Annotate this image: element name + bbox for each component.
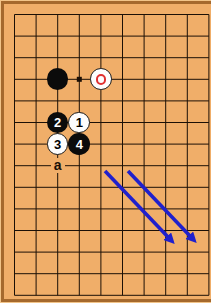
- intersection: [133, 112, 155, 134]
- intersection: [176, 112, 198, 134]
- intersection: a: [47, 155, 69, 177]
- intersection: [133, 198, 155, 220]
- intersection: [198, 241, 211, 263]
- go-board-diagram: 2134a: [0, 0, 211, 303]
- intersection: [198, 155, 211, 177]
- intersection: [4, 68, 26, 90]
- intersection: [198, 25, 211, 47]
- intersection: [176, 133, 198, 155]
- intersection: [90, 133, 112, 155]
- intersection: [90, 241, 112, 263]
- intersection: [68, 4, 90, 26]
- stone-white-3: 3: [47, 133, 69, 155]
- intersection: [68, 241, 90, 263]
- intersection: [133, 68, 155, 90]
- intersection: [68, 25, 90, 47]
- intersection: [155, 90, 177, 112]
- intersection: [176, 25, 198, 47]
- intersection: [4, 90, 26, 112]
- intersection: [155, 198, 177, 220]
- intersection: [68, 220, 90, 242]
- intersection: [4, 198, 26, 220]
- intersection: [47, 241, 69, 263]
- intersection: [47, 4, 69, 26]
- intersection: [25, 220, 47, 242]
- intersection: [47, 263, 69, 285]
- intersection: [133, 90, 155, 112]
- intersection-grid: 2134a: [4, 4, 211, 303]
- intersection: [112, 176, 134, 198]
- intersection: [155, 263, 177, 285]
- intersection: [4, 25, 26, 47]
- intersection: [90, 47, 112, 69]
- intersection: [25, 4, 47, 26]
- intersection: [47, 90, 69, 112]
- intersection: [25, 47, 47, 69]
- intersection: 2: [47, 112, 69, 134]
- intersection: [90, 112, 112, 134]
- intersection: [4, 284, 26, 303]
- intersection: [25, 263, 47, 285]
- stone-black-4: 4: [68, 133, 90, 155]
- intersection: [198, 220, 211, 242]
- intersection: [25, 25, 47, 47]
- intersection: [155, 241, 177, 263]
- intersection: [4, 112, 26, 134]
- intersection: [176, 4, 198, 26]
- intersection: [112, 25, 134, 47]
- intersection: [68, 198, 90, 220]
- stone-white-1: 1: [68, 112, 90, 134]
- intersection: [198, 112, 211, 134]
- intersection: [25, 176, 47, 198]
- intersection: [176, 241, 198, 263]
- point-label-a: a: [51, 158, 65, 173]
- intersection: [47, 198, 69, 220]
- intersection: [112, 90, 134, 112]
- intersection: [25, 68, 47, 90]
- stone-black-2: 2: [47, 112, 69, 134]
- intersection: [47, 220, 69, 242]
- intersection: [176, 68, 198, 90]
- intersection: [25, 284, 47, 303]
- intersection: [176, 220, 198, 242]
- intersection: [198, 68, 211, 90]
- intersection: [155, 4, 177, 26]
- intersection: [90, 220, 112, 242]
- intersection: [176, 176, 198, 198]
- intersection: [198, 90, 211, 112]
- intersection: 1: [68, 112, 90, 134]
- intersection: [4, 47, 26, 69]
- intersection: [112, 263, 134, 285]
- intersection: [68, 68, 90, 90]
- intersection: [47, 284, 69, 303]
- intersection: [4, 220, 26, 242]
- intersection: 3: [47, 133, 69, 155]
- intersection: 4: [68, 133, 90, 155]
- intersection: [155, 133, 177, 155]
- intersection: [112, 198, 134, 220]
- intersection: [90, 90, 112, 112]
- intersection: [90, 4, 112, 26]
- intersection: [198, 198, 211, 220]
- intersection: [68, 176, 90, 198]
- intersection: [112, 68, 134, 90]
- red-circle-marker: [96, 74, 107, 85]
- intersection: [155, 25, 177, 47]
- intersection: [90, 263, 112, 285]
- intersection: [112, 220, 134, 242]
- intersection: [133, 176, 155, 198]
- intersection: [133, 241, 155, 263]
- intersection: [155, 68, 177, 90]
- intersection: [4, 176, 26, 198]
- intersection: [112, 4, 134, 26]
- intersection: [68, 47, 90, 69]
- intersection: [90, 155, 112, 177]
- intersection: [90, 68, 112, 90]
- intersection: [112, 47, 134, 69]
- intersection: [90, 25, 112, 47]
- intersection: [198, 47, 211, 69]
- intersection: [155, 112, 177, 134]
- intersection: [47, 47, 69, 69]
- intersection: [112, 155, 134, 177]
- intersection: [4, 155, 26, 177]
- intersection: [133, 133, 155, 155]
- intersection: [198, 263, 211, 285]
- intersection: [155, 47, 177, 69]
- intersection: [68, 155, 90, 177]
- intersection: [47, 25, 69, 47]
- intersection: [25, 133, 47, 155]
- intersection: [112, 133, 134, 155]
- intersection: [90, 176, 112, 198]
- intersection: [112, 112, 134, 134]
- intersection: [198, 4, 211, 26]
- intersection: [155, 176, 177, 198]
- intersection: [112, 284, 134, 303]
- intersection: [133, 220, 155, 242]
- intersection: [176, 90, 198, 112]
- intersection: [25, 90, 47, 112]
- intersection: [25, 241, 47, 263]
- intersection: [133, 25, 155, 47]
- intersection: [47, 176, 69, 198]
- intersection: [176, 47, 198, 69]
- intersection: [90, 198, 112, 220]
- intersection: [198, 176, 211, 198]
- intersection: [155, 220, 177, 242]
- intersection: [176, 155, 198, 177]
- intersection: [176, 198, 198, 220]
- intersection: [133, 284, 155, 303]
- intersection: [176, 284, 198, 303]
- intersection: [4, 4, 26, 26]
- intersection: [25, 155, 47, 177]
- intersection: [133, 47, 155, 69]
- intersection: [4, 263, 26, 285]
- intersection: [68, 263, 90, 285]
- intersection: [133, 263, 155, 285]
- intersection: [90, 284, 112, 303]
- intersection: [68, 284, 90, 303]
- intersection: [198, 284, 211, 303]
- intersection: [112, 241, 134, 263]
- intersection: [133, 155, 155, 177]
- intersection: [133, 4, 155, 26]
- stone-white: [90, 68, 112, 90]
- intersection: [176, 263, 198, 285]
- intersection: [68, 90, 90, 112]
- intersection: [198, 133, 211, 155]
- stone-black: [47, 68, 69, 90]
- intersection: [25, 112, 47, 134]
- intersection: [4, 133, 26, 155]
- intersection: [25, 198, 47, 220]
- intersection: [155, 155, 177, 177]
- intersection: [4, 241, 26, 263]
- intersection: [47, 68, 69, 90]
- intersection: [155, 284, 177, 303]
